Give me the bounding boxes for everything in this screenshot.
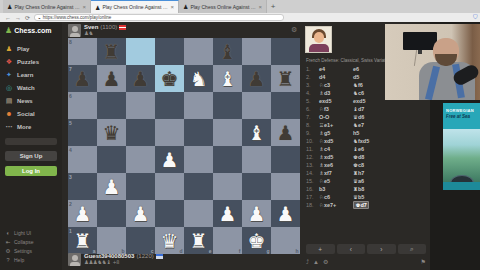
- white-move[interactable]: ♗c4: [319, 146, 353, 152]
- rank-label: 1: [69, 228, 72, 234]
- move-row: 8.♖e1+♞e7: [306, 121, 426, 129]
- white-move[interactable]: ♘e5: [319, 178, 353, 184]
- forward-button[interactable]: ›: [367, 244, 396, 254]
- black-pawn-piece[interactable]: ♟: [74, 69, 92, 89]
- tab-title: Play Chess Online Against th...: [14, 4, 80, 10]
- black-move[interactable]: ♛a6: [353, 178, 387, 184]
- black-move[interactable]: ♝d7: [353, 106, 387, 112]
- move-number: 18.: [306, 202, 319, 208]
- move-row: 6.♘f3♝d7: [306, 105, 426, 113]
- black-move[interactable]: ♞c6: [353, 90, 387, 96]
- square-f8[interactable]: ♝: [213, 38, 242, 65]
- white-pawn-piece[interactable]: ♟: [132, 204, 150, 224]
- square-d3[interactable]: [155, 173, 184, 200]
- black-pawn-piece[interactable]: ♟: [277, 123, 295, 143]
- square-d5[interactable]: [155, 119, 184, 146]
- square-f1[interactable]: f: [213, 227, 242, 254]
- white-knight-piece[interactable]: ♞: [190, 69, 208, 89]
- learn-icon: ✦: [5, 71, 13, 79]
- sidebar-item-play[interactable]: ♟Play: [5, 42, 57, 55]
- footer-item-collapse[interactable]: ⇤Collapse: [5, 237, 33, 246]
- rank-label: 5: [69, 120, 72, 126]
- black-move[interactable]: ♜b8: [353, 186, 387, 192]
- white-pawn-piece[interactable]: ♟: [219, 204, 237, 224]
- move-row: 7.O-O♛d6: [306, 113, 426, 121]
- black-move[interactable]: ♛d6: [353, 114, 387, 120]
- move-row: 15.♘e5♛a6: [306, 177, 426, 185]
- move-number: 4.: [306, 90, 319, 96]
- square-b5[interactable]: ♛: [97, 119, 126, 146]
- black-move[interactable]: ♚c8: [353, 162, 387, 168]
- avatar[interactable]: [68, 253, 81, 266]
- move-row: 9.♗g5h5: [306, 129, 426, 137]
- player-bar-top: Sven (1100) ♟♞: [68, 24, 297, 38]
- tab-title: Play Chess Online Against th...: [190, 4, 256, 10]
- square-h7[interactable]: ♜: [271, 65, 300, 92]
- black-rook-piece[interactable]: ♜: [277, 69, 295, 89]
- chesscom-page: ♟ Chess.com ♟Play❖Puzzles✦Learn◎Watch▤Ne…: [0, 22, 480, 270]
- square-d1[interactable]: ♛d: [155, 227, 184, 254]
- white-pawn-piece[interactable]: ♟: [161, 150, 179, 170]
- square-g2[interactable]: ♟: [242, 200, 271, 227]
- black-move[interactable]: exd5: [353, 98, 387, 104]
- black-move[interactable]: ♛b5: [353, 194, 387, 200]
- player-bar-bottom: Guest3940080503 (1220) ♟♟♟♞♞♝+8: [68, 253, 297, 267]
- tab-title: Play Chess Online Against th...: [102, 4, 168, 10]
- move-row: 10.♘xd5♞fxd5: [306, 137, 426, 145]
- analysis-button[interactable]: ⌕: [398, 244, 427, 254]
- move-row: 11.♗c4♝e6: [306, 145, 426, 153]
- sidebar-item-label: Play: [17, 46, 29, 52]
- ad-title: NORWEGIAN: [446, 108, 477, 113]
- square-h1[interactable]: h: [271, 227, 300, 254]
- black-move[interactable]: ♜h7: [353, 170, 387, 176]
- square-g4[interactable]: [242, 146, 271, 173]
- logo-text: Chess.com: [14, 27, 51, 34]
- square-e7[interactable]: ♞: [184, 65, 213, 92]
- move-number: 5.: [306, 98, 319, 104]
- white-move[interactable]: ♗xf7: [319, 170, 353, 176]
- new-tab-button[interactable]: +: [267, 0, 279, 13]
- white-move[interactable]: ♘xd5: [319, 138, 353, 144]
- ad-photo: [443, 129, 480, 182]
- square-e4[interactable]: [184, 146, 213, 173]
- black-pawn-piece[interactable]: ♟: [103, 69, 121, 89]
- square-a2[interactable]: ♟2: [68, 200, 97, 227]
- move-number: 7.: [306, 114, 319, 120]
- board-settings-gear-icon[interactable]: ⚙: [291, 26, 297, 34]
- square-g7[interactable]: ♟: [242, 65, 271, 92]
- square-f4[interactable]: [213, 146, 242, 173]
- square-b8[interactable]: ♜: [97, 38, 126, 65]
- square-c1[interactable]: c: [126, 227, 155, 254]
- square-c6[interactable]: [126, 92, 155, 119]
- move-row: 16.b3♜b8: [306, 185, 426, 193]
- square-c3[interactable]: [126, 173, 155, 200]
- url-bar[interactable]: ◒ https://www.chess.com/play/online: [34, 14, 284, 21]
- material-score: +8: [113, 259, 119, 265]
- square-f2[interactable]: ♟: [213, 200, 242, 227]
- square-f3[interactable]: [213, 173, 242, 200]
- white-move[interactable]: ♘c3: [319, 82, 353, 88]
- square-g8[interactable]: [242, 38, 271, 65]
- reload-icon[interactable]: ⟳: [25, 14, 30, 21]
- chess-board[interactable]: 8♜♝♟7♟♟♚♞♝♟♜65♛♝♟4♟3♟♟2♟♟♟♟♜1abc♛d♜ef♚gh: [68, 38, 300, 254]
- square-h8[interactable]: [271, 38, 300, 65]
- tab-close-icon[interactable]: ×: [170, 4, 174, 10]
- black-queen-piece[interactable]: ♛: [103, 123, 121, 143]
- square-a5[interactable]: 5: [68, 119, 97, 146]
- rank-label: 2: [69, 201, 72, 207]
- move-row: 18.♘xe7+♚d7: [306, 201, 426, 209]
- square-h3[interactable]: [271, 173, 300, 200]
- move-row: 14.♗xf7♜h7: [306, 169, 426, 177]
- move-number: 6.: [306, 106, 319, 112]
- logo-pawn-icon: ♟: [5, 26, 12, 35]
- rank-label: 7: [69, 66, 72, 72]
- captured-pieces-bottom: ♟♟♟♞♞♝: [84, 259, 111, 265]
- move-number: 13.: [306, 162, 319, 168]
- square-b7[interactable]: ♟: [97, 65, 126, 92]
- move-number: 1.: [306, 66, 319, 72]
- square-c8[interactable]: [126, 38, 155, 65]
- tv-icon: [403, 32, 437, 50]
- footer-item-settings[interactable]: ⚙Settings: [5, 246, 33, 255]
- shield-icon[interactable]: ◒: [38, 15, 41, 20]
- square-e8[interactable]: [184, 38, 213, 65]
- sidebar-item-label: More: [17, 124, 31, 130]
- square-d6[interactable]: [155, 92, 184, 119]
- flag-icon: [119, 25, 126, 30]
- sidebar-item-label: Puzzles: [17, 59, 39, 65]
- square-f7[interactable]: ♝: [213, 65, 242, 92]
- signup-button[interactable]: Sign Up: [5, 151, 57, 161]
- black-move[interactable]: e6: [353, 66, 387, 72]
- move-number: 12.: [306, 154, 319, 160]
- white-bishop-piece[interactable]: ♝: [219, 69, 237, 89]
- move-number: 11.: [306, 146, 319, 152]
- back-button[interactable]: ‹: [337, 244, 366, 254]
- tab-close-icon[interactable]: ×: [82, 4, 86, 10]
- square-d8[interactable]: [155, 38, 184, 65]
- black-king-piece[interactable]: ♚: [161, 69, 179, 89]
- chesscom-logo[interactable]: ♟ Chess.com: [5, 26, 57, 35]
- move-number: 15.: [306, 178, 319, 184]
- ad-strip: [443, 182, 480, 190]
- sidebar-item-social[interactable]: ☻Social: [5, 107, 57, 120]
- square-e1[interactable]: ♜e: [184, 227, 213, 254]
- square-b6[interactable]: [97, 92, 126, 119]
- footer-item-help[interactable]: ?Help: [5, 255, 33, 264]
- more-icon: ⋯: [5, 123, 13, 131]
- white-move[interactable]: exd5: [319, 98, 353, 104]
- white-pawn-piece[interactable]: ♟: [277, 204, 295, 224]
- puzzles-icon: ❖: [5, 58, 13, 66]
- search-input[interactable]: [5, 138, 57, 145]
- move-row: 17.♘c6♛b5: [306, 193, 426, 201]
- black-bishop-piece[interactable]: ♝: [219, 42, 237, 62]
- white-rook-piece[interactable]: ♜: [190, 231, 208, 251]
- tab-close-icon[interactable]: ×: [258, 4, 262, 10]
- chesscom-favicon-icon: ♟: [183, 3, 188, 10]
- move-number: 16.: [306, 186, 319, 192]
- move-number: 9.: [306, 130, 319, 136]
- square-h4[interactable]: [271, 146, 300, 173]
- sidebar-footer: ◐Light UI⇤Collapse⚙Settings?Help: [5, 228, 33, 264]
- white-rook-piece[interactable]: ♜: [74, 231, 92, 251]
- square-a3[interactable]: 3: [68, 173, 97, 200]
- sidebar-item-puzzles[interactable]: ❖Puzzles: [5, 55, 57, 68]
- move-row: 13.♗xe6♚c8: [306, 161, 426, 169]
- square-a4[interactable]: 4: [68, 146, 97, 173]
- square-c2[interactable]: ♟: [126, 200, 155, 227]
- square-e5[interactable]: [184, 119, 213, 146]
- white-move[interactable]: ♗d3: [319, 90, 353, 96]
- square-c7[interactable]: ♟: [126, 65, 155, 92]
- square-e2[interactable]: [184, 200, 213, 227]
- footer-item-light-ui[interactable]: ◐Light UI: [5, 228, 33, 237]
- square-a1[interactable]: ♜1a: [68, 227, 97, 254]
- panel-footer: ⤴▲⚙ ⚑: [306, 258, 426, 265]
- square-d4[interactable]: ♟: [155, 146, 184, 173]
- white-move[interactable]: e4: [319, 66, 353, 72]
- play-icon: ♟: [5, 45, 13, 53]
- square-g6[interactable]: [242, 92, 271, 119]
- sidebar-item-label: Social: [17, 111, 35, 117]
- browser-tab[interactable]: ♟Play Chess Online Against th...×: [3, 0, 91, 13]
- flag-icon: [156, 254, 163, 259]
- white-move[interactable]: b3: [319, 186, 353, 192]
- white-move[interactable]: ♗g5: [319, 130, 353, 136]
- white-move[interactable]: ♘c6: [319, 194, 353, 200]
- avatar-face: [314, 32, 324, 43]
- move-number: 17.: [306, 194, 319, 200]
- square-h2[interactable]: ♟: [271, 200, 300, 227]
- square-g1[interactable]: ♚g: [242, 227, 271, 254]
- white-move[interactable]: ♖e1+: [319, 122, 353, 128]
- square-b3[interactable]: ♟: [97, 173, 126, 200]
- chesscom-favicon-icon: ♟: [7, 3, 12, 10]
- square-e6[interactable]: [184, 92, 213, 119]
- move-number: 8.: [306, 122, 319, 128]
- chesscom-favicon-icon: ♟: [95, 4, 100, 11]
- white-move[interactable]: d4: [319, 74, 353, 80]
- square-h5[interactable]: ♟: [271, 119, 300, 146]
- browser-chrome: ♟Play Chess Online Against th...×♟Play C…: [0, 0, 480, 22]
- square-a6[interactable]: 6: [68, 92, 97, 119]
- move-number: 3.: [306, 82, 319, 88]
- square-d2[interactable]: [155, 200, 184, 227]
- white-queen-piece[interactable]: ♛: [161, 231, 179, 251]
- black-rook-piece[interactable]: ♜: [103, 42, 121, 62]
- white-bishop-piece[interactable]: ♝: [248, 123, 266, 143]
- resign-flag-icon[interactable]: ⚑: [421, 258, 426, 265]
- news-icon: ▤: [5, 97, 13, 105]
- move-row: 12.♗xd5♚d8: [306, 153, 426, 161]
- square-d7[interactable]: ♚: [155, 65, 184, 92]
- white-king-piece[interactable]: ♚: [248, 231, 266, 251]
- nav-toolbar: ← → ⟳ ◒ https://www.chess.com/play/onlin…: [0, 13, 480, 22]
- square-b4[interactable]: [97, 146, 126, 173]
- captured-pieces-top: ♟♞: [84, 30, 126, 37]
- move-number: 10.: [306, 138, 319, 144]
- social-icon: ☻: [5, 110, 13, 117]
- square-f6[interactable]: [213, 92, 242, 119]
- square-a7[interactable]: ♟7: [68, 65, 97, 92]
- black-move[interactable]: ♚d8: [353, 154, 387, 160]
- ad-subtitle: Free at Sea: [446, 114, 477, 119]
- move-controls: +‹›⌕: [306, 244, 426, 254]
- add-button[interactable]: +: [306, 244, 335, 254]
- black-pawn-piece[interactable]: ♟: [132, 69, 150, 89]
- black-move[interactable]: ♞f6: [353, 82, 387, 88]
- square-b1[interactable]: b: [97, 227, 126, 254]
- sidebar-item-label: Watch: [17, 85, 35, 91]
- rank-label: 8: [69, 39, 72, 45]
- white-move[interactable]: ♘f3: [319, 106, 353, 112]
- white-move[interactable]: ♗xe6: [319, 162, 353, 168]
- webcam-overlay: [385, 24, 480, 100]
- square-h6[interactable]: [271, 92, 300, 119]
- settings-icon[interactable]: ⚙: [323, 258, 328, 265]
- black-move[interactable]: d5: [353, 74, 387, 80]
- black-move[interactable]: ♝e6: [353, 146, 387, 152]
- bookmark-icon[interactable]: ⛉: [473, 14, 478, 21]
- square-a8[interactable]: 8: [68, 38, 97, 65]
- watch-icon: ◎: [5, 84, 13, 92]
- opponent-avatar[interactable]: [305, 26, 332, 53]
- sidebar-item-more[interactable]: ⋯More: [5, 120, 57, 133]
- login-button[interactable]: Log In: [5, 166, 57, 176]
- sidebar-item-watch[interactable]: ◎Watch: [5, 81, 57, 94]
- square-b2[interactable]: [97, 200, 126, 227]
- square-c4[interactable]: [126, 146, 155, 173]
- rank-label: 4: [69, 147, 72, 153]
- square-g3[interactable]: [242, 173, 271, 200]
- url-text: https://www.chess.com/play/online: [43, 15, 112, 20]
- back-icon[interactable]: ←: [5, 15, 11, 21]
- stats-icon[interactable]: ▲: [313, 259, 319, 265]
- browser-tab[interactable]: ♟Play Chess Online Against th...×: [179, 0, 267, 13]
- sidebar-menu: ♟Play❖Puzzles✦Learn◎Watch▤News☻Social⋯Mo…: [5, 42, 57, 133]
- white-move[interactable]: ♘xe7+: [319, 202, 353, 208]
- sidebar-item-learn[interactable]: ✦Learn: [5, 68, 57, 81]
- avatar-shirt: [309, 44, 329, 53]
- sidebar: ♟ Chess.com ♟Play❖Puzzles✦Learn◎Watch▤Ne…: [0, 22, 62, 270]
- sidebar-item-news[interactable]: ▤News: [5, 94, 57, 107]
- square-c5[interactable]: [126, 119, 155, 146]
- square-f5[interactable]: [213, 119, 242, 146]
- black-move[interactable]: ♚d7: [353, 202, 387, 208]
- forward-icon[interactable]: →: [15, 15, 21, 21]
- sidebar-item-label: News: [17, 98, 33, 104]
- tab-bar: ♟Play Chess Online Against th...×♟Play C…: [0, 0, 480, 13]
- browser-tab[interactable]: ♟Play Chess Online Against th...×: [91, 0, 179, 13]
- white-pawn-piece[interactable]: ♟: [74, 204, 92, 224]
- white-move[interactable]: O-O: [319, 114, 353, 120]
- white-pawn-piece[interactable]: ♟: [103, 177, 121, 197]
- square-g5[interactable]: ♝: [242, 119, 271, 146]
- move-number: 14.: [306, 170, 319, 176]
- black-move[interactable]: h5: [353, 130, 387, 136]
- avatar[interactable]: [68, 24, 81, 37]
- share-icon[interactable]: ⤴: [306, 259, 309, 265]
- white-move[interactable]: ♗xd5: [319, 154, 353, 160]
- black-pawn-piece[interactable]: ♟: [248, 69, 266, 89]
- rank-label: 3: [69, 174, 72, 180]
- square-e3[interactable]: [184, 173, 213, 200]
- rank-label: 6: [69, 93, 72, 99]
- black-move[interactable]: ♞e7: [353, 122, 387, 128]
- ad-banner[interactable]: NORWEGIAN Free at Sea: [443, 103, 480, 190]
- white-pawn-piece[interactable]: ♟: [248, 204, 266, 224]
- black-move[interactable]: ♞fxd5: [353, 138, 387, 144]
- sidebar-item-label: Learn: [17, 72, 33, 78]
- move-number: 2.: [306, 74, 319, 80]
